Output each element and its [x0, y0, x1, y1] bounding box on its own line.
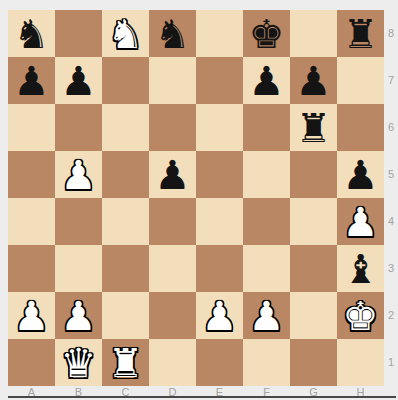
piece-white-rook[interactable]: ♜	[108, 343, 144, 383]
piece-white-pawn[interactable]: ♟	[202, 296, 238, 336]
piece-white-pawn[interactable]: ♟	[343, 202, 379, 242]
square-f3[interactable]	[243, 245, 290, 292]
piece-white-pawn[interactable]: ♟	[61, 296, 97, 336]
square-g3[interactable]	[290, 245, 337, 292]
square-g6[interactable]: ♜	[290, 104, 337, 151]
rank-label-8: 8	[385, 10, 397, 57]
square-g8[interactable]	[290, 10, 337, 57]
piece-black-knight[interactable]: ♞	[14, 14, 50, 54]
square-f4[interactable]	[243, 198, 290, 245]
square-d7[interactable]	[149, 57, 196, 104]
square-e6[interactable]	[196, 104, 243, 151]
square-e1[interactable]	[196, 339, 243, 386]
square-b3[interactable]	[55, 245, 102, 292]
square-g4[interactable]	[290, 198, 337, 245]
square-a4[interactable]	[8, 198, 55, 245]
square-c7[interactable]	[102, 57, 149, 104]
square-c3[interactable]	[102, 245, 149, 292]
square-a2[interactable]: ♟	[8, 292, 55, 339]
square-g1[interactable]	[290, 339, 337, 386]
square-b4[interactable]	[55, 198, 102, 245]
piece-black-knight[interactable]: ♞	[155, 14, 191, 54]
bottom-divider-line	[8, 396, 396, 398]
square-g5[interactable]	[290, 151, 337, 198]
square-e7[interactable]	[196, 57, 243, 104]
piece-white-king[interactable]: ♚	[343, 296, 379, 336]
rank-label-5: 5	[385, 151, 397, 198]
square-e5[interactable]	[196, 151, 243, 198]
piece-white-pawn[interactable]: ♟	[249, 296, 285, 336]
piece-black-pawn[interactable]: ♟	[155, 155, 191, 195]
square-d6[interactable]	[149, 104, 196, 151]
square-b6[interactable]	[55, 104, 102, 151]
square-d3[interactable]	[149, 245, 196, 292]
rank-label-6: 6	[385, 104, 397, 151]
piece-white-pawn[interactable]: ♟	[14, 296, 50, 336]
square-c2[interactable]	[102, 292, 149, 339]
square-h1[interactable]	[337, 339, 384, 386]
square-b2[interactable]: ♟	[55, 292, 102, 339]
square-f1[interactable]	[243, 339, 290, 386]
square-c1[interactable]: ♜	[102, 339, 149, 386]
square-c8[interactable]: ♞	[102, 10, 149, 57]
square-d4[interactable]	[149, 198, 196, 245]
square-e4[interactable]	[196, 198, 243, 245]
square-f7[interactable]: ♟	[243, 57, 290, 104]
square-g2[interactable]	[290, 292, 337, 339]
square-a8[interactable]: ♞	[8, 10, 55, 57]
rank-label-7: 7	[385, 57, 397, 104]
piece-black-pawn[interactable]: ♟	[343, 155, 379, 195]
square-h3[interactable]: ♝	[337, 245, 384, 292]
piece-white-pawn[interactable]: ♟	[61, 155, 97, 195]
square-c4[interactable]	[102, 198, 149, 245]
piece-white-queen[interactable]: ♛	[61, 343, 97, 383]
square-c5[interactable]	[102, 151, 149, 198]
piece-black-pawn[interactable]: ♟	[14, 61, 50, 101]
square-d2[interactable]	[149, 292, 196, 339]
piece-black-bishop[interactable]: ♝	[343, 249, 379, 289]
square-h5[interactable]: ♟	[337, 151, 384, 198]
square-f2[interactable]: ♟	[243, 292, 290, 339]
rank-label-1: 1	[385, 339, 397, 386]
piece-black-rook[interactable]: ♜	[343, 14, 379, 54]
square-b8[interactable]	[55, 10, 102, 57]
square-f8[interactable]: ♚	[243, 10, 290, 57]
square-b1[interactable]: ♛	[55, 339, 102, 386]
square-f5[interactable]	[243, 151, 290, 198]
square-g7[interactable]: ♟	[290, 57, 337, 104]
square-a6[interactable]	[8, 104, 55, 151]
chess-board: ♞♞♞♚♜♟♟♟♟♜♟♟♟♟♝♟♟♟♟♚♛♜	[8, 10, 384, 386]
square-d5[interactable]: ♟	[149, 151, 196, 198]
square-h2[interactable]: ♚	[337, 292, 384, 339]
square-e3[interactable]	[196, 245, 243, 292]
piece-black-pawn[interactable]: ♟	[249, 61, 285, 101]
square-c6[interactable]	[102, 104, 149, 151]
square-h4[interactable]: ♟	[337, 198, 384, 245]
square-d1[interactable]	[149, 339, 196, 386]
square-b5[interactable]: ♟	[55, 151, 102, 198]
square-d8[interactable]: ♞	[149, 10, 196, 57]
piece-black-rook[interactable]: ♜	[296, 108, 332, 148]
rank-label-2: 2	[385, 292, 397, 339]
square-b7[interactable]: ♟	[55, 57, 102, 104]
square-e8[interactable]	[196, 10, 243, 57]
square-f6[interactable]	[243, 104, 290, 151]
square-h6[interactable]	[337, 104, 384, 151]
square-a5[interactable]	[8, 151, 55, 198]
piece-black-king[interactable]: ♚	[249, 14, 285, 54]
square-a3[interactable]	[8, 245, 55, 292]
rank-label-4: 4	[385, 198, 397, 245]
square-a7[interactable]: ♟	[8, 57, 55, 104]
rank-label-3: 3	[385, 245, 397, 292]
piece-black-pawn[interactable]: ♟	[61, 61, 97, 101]
square-e2[interactable]: ♟	[196, 292, 243, 339]
square-a1[interactable]	[8, 339, 55, 386]
square-h8[interactable]: ♜	[337, 10, 384, 57]
piece-black-pawn[interactable]: ♟	[296, 61, 332, 101]
chess-app-screen: ♞♞♞♚♜♟♟♟♟♜♟♟♟♟♝♟♟♟♟♚♛♜ 87654321 ABCDEFGH	[0, 0, 398, 400]
square-h7[interactable]	[337, 57, 384, 104]
piece-white-knight[interactable]: ♞	[108, 14, 144, 54]
